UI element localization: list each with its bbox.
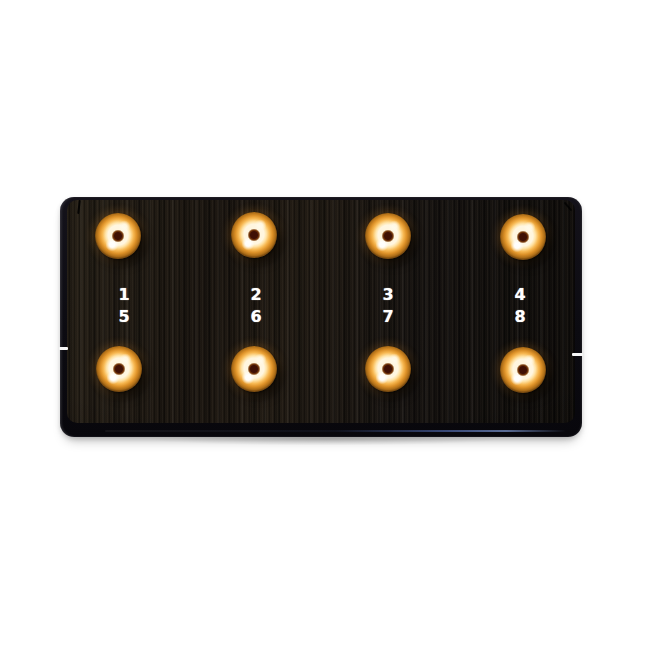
sma-connector-1 xyxy=(95,213,141,259)
port-label-8: 8 xyxy=(500,306,540,328)
sma-connector-7 xyxy=(365,346,411,392)
left-edge-seam-notch xyxy=(59,347,68,350)
port-label-column-3: 3 7 xyxy=(368,284,408,328)
port-label-1: 1 xyxy=(104,284,144,306)
bottom-bezel-highlight xyxy=(105,430,566,432)
port-label-7: 7 xyxy=(368,306,408,328)
port-label-column-4: 4 8 xyxy=(500,284,540,328)
panel-face: 1 5 2 6 3 7 4 8 xyxy=(67,200,575,423)
port-label-3: 3 xyxy=(368,284,408,306)
port-label-2: 2 xyxy=(236,284,276,306)
sma-connector-3 xyxy=(365,213,411,259)
port-label-column-1: 1 5 xyxy=(104,284,144,328)
device-chassis: 1 5 2 6 3 7 4 8 xyxy=(60,197,582,437)
sma-connector-6 xyxy=(231,346,277,392)
port-label-column-2: 2 6 xyxy=(236,284,276,328)
sma-connector-2 xyxy=(231,212,277,258)
sma-connector-8 xyxy=(500,347,546,393)
port-label-4: 4 xyxy=(500,284,540,306)
top-right-corner-seam xyxy=(564,202,573,212)
port-label-5: 5 xyxy=(104,306,144,328)
photo-background: 1 5 2 6 3 7 4 8 xyxy=(0,0,650,650)
port-label-6: 6 xyxy=(236,306,276,328)
sma-connector-5 xyxy=(96,346,142,392)
top-left-corner-seam xyxy=(77,200,81,214)
sma-connector-4 xyxy=(500,214,546,260)
right-edge-seam-notch xyxy=(572,353,583,356)
